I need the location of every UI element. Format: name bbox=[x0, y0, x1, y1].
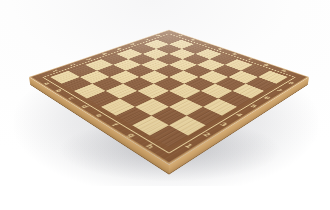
square[interactable] bbox=[100, 98, 134, 115]
square[interactable] bbox=[152, 90, 185, 106]
square[interactable] bbox=[151, 106, 186, 124]
square[interactable] bbox=[169, 98, 203, 115]
square[interactable] bbox=[215, 77, 246, 91]
square[interactable] bbox=[137, 83, 169, 98]
square[interactable] bbox=[203, 98, 237, 115]
square[interactable] bbox=[132, 115, 169, 135]
square[interactable] bbox=[200, 83, 232, 98]
square[interactable] bbox=[185, 90, 218, 106]
square[interactable] bbox=[119, 90, 152, 106]
square[interactable] bbox=[186, 106, 221, 124]
square[interactable] bbox=[116, 106, 151, 124]
square[interactable] bbox=[169, 83, 201, 98]
square[interactable] bbox=[149, 125, 187, 147]
square[interactable] bbox=[232, 83, 264, 98]
square[interactable] bbox=[105, 83, 137, 98]
square[interactable] bbox=[61, 77, 92, 91]
square[interactable] bbox=[184, 77, 215, 91]
square[interactable] bbox=[134, 98, 168, 115]
scene: abcdefghabcdefgh8765432187654321 bbox=[0, 0, 330, 210]
square[interactable] bbox=[92, 77, 123, 91]
square[interactable] bbox=[86, 90, 119, 106]
square[interactable] bbox=[153, 77, 184, 91]
square[interactable] bbox=[245, 77, 276, 91]
square[interactable] bbox=[73, 83, 105, 98]
square[interactable] bbox=[218, 90, 251, 106]
square[interactable] bbox=[169, 115, 206, 135]
square[interactable] bbox=[122, 77, 153, 91]
